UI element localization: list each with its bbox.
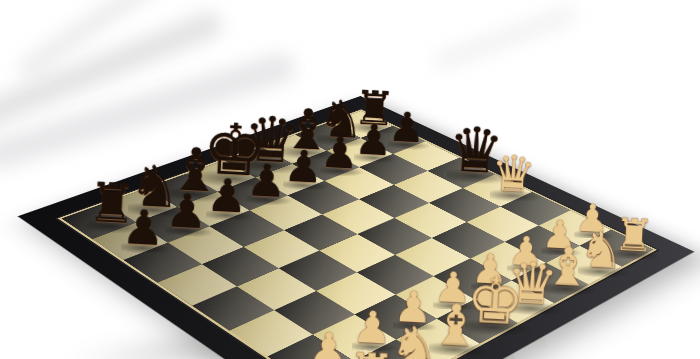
white-knight: ♞ — [388, 319, 441, 359]
black-pawn: ♟ — [319, 130, 359, 174]
white-rook: ♜ — [346, 345, 396, 359]
black-pawn: ♟ — [245, 157, 287, 203]
chess-board: ♜♞♝♚♛♝♞♜♟♟♟♟♟♟♟♟♛♛♟♟♟♟♟♟♟♟♜♞♝♚♛♝♞♜ — [17, 96, 695, 359]
black-pawn: ♟ — [387, 106, 426, 149]
black-pawn: ♟ — [354, 118, 393, 162]
perspective-scene: ♜♞♝♚♛♝♞♜♟♟♟♟♟♟♟♟♛♛♟♟♟♟♟♟♟♟♜♞♝♚♛♝♞♜ — [0, 0, 700, 359]
black-pawn: ♟ — [121, 202, 166, 252]
white-queen: ♛ — [489, 148, 536, 200]
chess-set-product-photo: ♜♞♝♚♛♝♞♜♟♟♟♟♟♟♟♟♛♛♟♟♟♟♟♟♟♟♜♞♝♚♛♝♞♜ — [0, 0, 700, 359]
black-pawn: ♟ — [283, 144, 324, 189]
black-pawn: ♟ — [206, 172, 249, 220]
black-pawn: ♟ — [164, 187, 208, 236]
camera-tilt: ♜♞♝♚♛♝♞♜♟♟♟♟♟♟♟♟♛♛♟♟♟♟♟♟♟♟♜♞♝♚♛♝♞♜ — [0, 0, 700, 359]
board-field: ♜♞♝♚♛♝♞♜♟♟♟♟♟♟♟♟♛♛♟♟♟♟♟♟♟♟♜♞♝♚♛♝♞♜ — [62, 111, 653, 359]
white-pawn: ♟ — [307, 325, 350, 359]
